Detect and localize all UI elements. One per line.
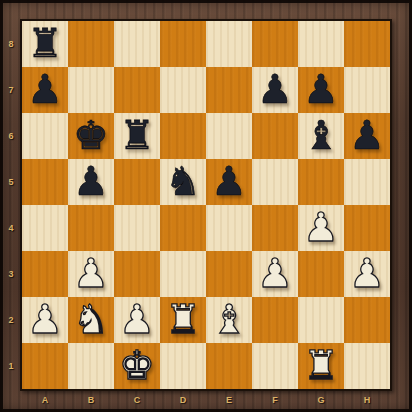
piece-black-pawn[interactable]: ♟ <box>73 158 109 204</box>
piece-white-knight[interactable]: ♞ <box>73 296 109 342</box>
square-g3[interactable] <box>298 251 344 297</box>
square-g5[interactable] <box>298 159 344 205</box>
square-a6[interactable] <box>22 113 68 159</box>
square-a5[interactable] <box>22 159 68 205</box>
piece-black-knight[interactable]: ♞ <box>165 158 201 204</box>
square-b6[interactable]: ♚ <box>68 113 114 159</box>
square-e6[interactable] <box>206 113 252 159</box>
square-e8[interactable] <box>206 21 252 67</box>
rank-label-6: 6 <box>2 113 20 159</box>
file-label-g: G <box>298 390 344 410</box>
piece-black-king[interactable]: ♚ <box>73 112 109 158</box>
board-inner-border: ♜♟♟♟♚♜♝♟♟♞♟♟♟♟♟♟♞♟♜♝♚♜ <box>20 19 392 391</box>
piece-black-rook[interactable]: ♜ <box>119 112 155 158</box>
square-a8[interactable]: ♜ <box>22 21 68 67</box>
piece-black-pawn[interactable]: ♟ <box>27 66 63 112</box>
square-d3[interactable] <box>160 251 206 297</box>
piece-white-pawn[interactable]: ♟ <box>119 296 155 342</box>
piece-white-pawn[interactable]: ♟ <box>349 250 385 296</box>
board-frame: ♜♟♟♟♚♜♝♟♟♞♟♟♟♟♟♟♞♟♜♝♚♜ 87654321 ABCDEFGH <box>0 0 412 412</box>
square-h1[interactable] <box>344 343 390 389</box>
square-a4[interactable] <box>22 205 68 251</box>
piece-black-pawn[interactable]: ♟ <box>257 66 293 112</box>
square-f4[interactable] <box>252 205 298 251</box>
square-a7[interactable]: ♟ <box>22 67 68 113</box>
rank-label-2: 2 <box>2 297 20 343</box>
square-f2[interactable] <box>252 297 298 343</box>
square-g1[interactable]: ♜ <box>298 343 344 389</box>
square-f3[interactable]: ♟ <box>252 251 298 297</box>
square-g4[interactable]: ♟ <box>298 205 344 251</box>
square-d5[interactable]: ♞ <box>160 159 206 205</box>
square-c5[interactable] <box>114 159 160 205</box>
square-h7[interactable] <box>344 67 390 113</box>
file-label-b: B <box>68 390 114 410</box>
piece-white-pawn[interactable]: ♟ <box>257 250 293 296</box>
square-b1[interactable] <box>68 343 114 389</box>
square-b4[interactable] <box>68 205 114 251</box>
square-c6[interactable]: ♜ <box>114 113 160 159</box>
rank-label-8: 8 <box>2 21 20 67</box>
rank-label-4: 4 <box>2 205 20 251</box>
piece-white-pawn[interactable]: ♟ <box>73 250 109 296</box>
piece-white-king[interactable]: ♚ <box>119 342 155 388</box>
square-f6[interactable] <box>252 113 298 159</box>
square-b5[interactable]: ♟ <box>68 159 114 205</box>
piece-black-bishop[interactable]: ♝ <box>303 112 339 158</box>
square-g7[interactable]: ♟ <box>298 67 344 113</box>
square-d8[interactable] <box>160 21 206 67</box>
square-h8[interactable] <box>344 21 390 67</box>
square-g6[interactable]: ♝ <box>298 113 344 159</box>
piece-white-rook[interactable]: ♜ <box>165 296 201 342</box>
file-label-f: F <box>252 390 298 410</box>
piece-black-pawn[interactable]: ♟ <box>211 158 247 204</box>
piece-black-pawn[interactable]: ♟ <box>349 112 385 158</box>
square-g2[interactable] <box>298 297 344 343</box>
square-b7[interactable] <box>68 67 114 113</box>
file-label-d: D <box>160 390 206 410</box>
rank-label-1: 1 <box>2 343 20 389</box>
square-f5[interactable] <box>252 159 298 205</box>
piece-white-pawn[interactable]: ♟ <box>27 296 63 342</box>
piece-black-pawn[interactable]: ♟ <box>303 66 339 112</box>
square-h3[interactable]: ♟ <box>344 251 390 297</box>
file-label-h: H <box>344 390 390 410</box>
rank-label-3: 3 <box>2 251 20 297</box>
square-f7[interactable]: ♟ <box>252 67 298 113</box>
square-c2[interactable]: ♟ <box>114 297 160 343</box>
piece-white-pawn[interactable]: ♟ <box>303 204 339 250</box>
piece-white-bishop[interactable]: ♝ <box>211 296 247 342</box>
square-c3[interactable] <box>114 251 160 297</box>
square-h5[interactable] <box>344 159 390 205</box>
square-d4[interactable] <box>160 205 206 251</box>
square-c1[interactable]: ♚ <box>114 343 160 389</box>
square-e2[interactable]: ♝ <box>206 297 252 343</box>
square-a3[interactable] <box>22 251 68 297</box>
file-label-a: A <box>22 390 68 410</box>
square-h6[interactable]: ♟ <box>344 113 390 159</box>
square-e5[interactable]: ♟ <box>206 159 252 205</box>
square-d6[interactable] <box>160 113 206 159</box>
square-h2[interactable] <box>344 297 390 343</box>
square-b3[interactable]: ♟ <box>68 251 114 297</box>
file-label-c: C <box>114 390 160 410</box>
square-e4[interactable] <box>206 205 252 251</box>
square-c7[interactable] <box>114 67 160 113</box>
square-f8[interactable] <box>252 21 298 67</box>
file-label-e: E <box>206 390 252 410</box>
square-g8[interactable] <box>298 21 344 67</box>
rank-label-7: 7 <box>2 67 20 113</box>
chess-board: ♜♟♟♟♚♜♝♟♟♞♟♟♟♟♟♟♞♟♜♝♚♜ <box>22 21 390 389</box>
square-b8[interactable] <box>68 21 114 67</box>
square-d1[interactable] <box>160 343 206 389</box>
square-e3[interactable] <box>206 251 252 297</box>
square-d2[interactable]: ♜ <box>160 297 206 343</box>
square-a1[interactable] <box>22 343 68 389</box>
rank-label-5: 5 <box>2 159 20 205</box>
square-c4[interactable] <box>114 205 160 251</box>
piece-black-rook[interactable]: ♜ <box>27 20 63 66</box>
square-c8[interactable] <box>114 21 160 67</box>
square-b2[interactable]: ♞ <box>68 297 114 343</box>
square-h4[interactable] <box>344 205 390 251</box>
piece-white-rook[interactable]: ♜ <box>303 342 339 388</box>
square-e1[interactable] <box>206 343 252 389</box>
square-d7[interactable] <box>160 67 206 113</box>
square-f1[interactable] <box>252 343 298 389</box>
square-e7[interactable] <box>206 67 252 113</box>
square-a2[interactable]: ♟ <box>22 297 68 343</box>
